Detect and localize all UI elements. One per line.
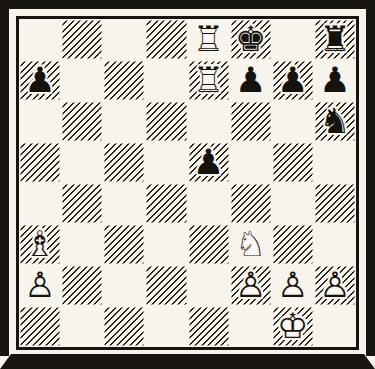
square-h1[interactable] [314, 306, 356, 347]
square-e3[interactable] [188, 224, 230, 265]
piece-black-rook: ♜ [319, 22, 350, 57]
square-g6[interactable] [272, 101, 314, 142]
square-a6[interactable] [19, 101, 61, 142]
square-f3[interactable]: ♘ [230, 224, 272, 265]
piece-black-pawn: ♟ [24, 63, 55, 98]
square-a2[interactable]: ♙ [19, 265, 61, 306]
square-h4[interactable] [314, 183, 356, 224]
square-d2[interactable] [145, 265, 187, 306]
square-b2[interactable] [61, 265, 103, 306]
square-g5[interactable] [272, 142, 314, 183]
square-d1[interactable] [145, 306, 187, 347]
square-f5[interactable] [230, 142, 272, 183]
piece-black-pawn: ♟ [193, 145, 224, 180]
piece-white-pawn: ♙ [319, 268, 350, 303]
square-c5[interactable] [103, 142, 145, 183]
square-c4[interactable] [103, 183, 145, 224]
square-c1[interactable] [103, 306, 145, 347]
square-h6[interactable]: ♞ [314, 101, 356, 142]
square-a4[interactable] [19, 183, 61, 224]
square-d4[interactable] [145, 183, 187, 224]
square-f1[interactable] [230, 306, 272, 347]
square-d8[interactable] [145, 19, 187, 60]
square-h8[interactable]: ♜ [314, 19, 356, 60]
piece-black-pawn: ♟ [277, 63, 308, 98]
square-a7[interactable]: ♟ [19, 60, 61, 101]
board-plinth [0, 354, 375, 369]
square-g8[interactable] [272, 19, 314, 60]
square-a1[interactable] [19, 306, 61, 347]
square-e4[interactable] [188, 183, 230, 224]
piece-black-pawn: ♟ [235, 63, 266, 98]
square-g2[interactable]: ♙ [272, 265, 314, 306]
square-f2[interactable]: ♙ [230, 265, 272, 306]
square-e6[interactable] [188, 101, 230, 142]
square-g3[interactable] [272, 224, 314, 265]
square-b5[interactable] [61, 142, 103, 183]
square-h5[interactable] [314, 142, 356, 183]
square-b1[interactable] [61, 306, 103, 347]
square-c7[interactable] [103, 60, 145, 101]
square-f6[interactable] [230, 101, 272, 142]
square-a8[interactable] [19, 19, 61, 60]
square-f7[interactable]: ♟ [230, 60, 272, 101]
piece-white-pawn: ♙ [24, 268, 55, 303]
square-e5[interactable]: ♟ [188, 142, 230, 183]
square-c8[interactable] [103, 19, 145, 60]
square-b3[interactable] [61, 224, 103, 265]
piece-white-rook: ♖ [193, 63, 224, 98]
square-h7[interactable]: ♟ [314, 60, 356, 101]
square-e1[interactable] [188, 306, 230, 347]
square-d5[interactable] [145, 142, 187, 183]
square-c6[interactable] [103, 101, 145, 142]
square-b6[interactable] [61, 101, 103, 142]
square-h3[interactable] [314, 224, 356, 265]
square-h2[interactable]: ♙ [314, 265, 356, 306]
square-a3[interactable]: ♗ [19, 224, 61, 265]
square-d6[interactable] [145, 101, 187, 142]
square-g1[interactable]: ♔ [272, 306, 314, 347]
square-f4[interactable] [230, 183, 272, 224]
square-d3[interactable] [145, 224, 187, 265]
piece-white-bishop: ♗ [24, 227, 55, 262]
square-b8[interactable] [61, 19, 103, 60]
piece-black-pawn: ♟ [319, 63, 350, 98]
square-d7[interactable] [145, 60, 187, 101]
square-e7[interactable]: ♖ [188, 60, 230, 101]
square-f8[interactable]: ♚ [230, 19, 272, 60]
piece-white-king: ♔ [277, 309, 308, 344]
chess-diagram: ♖♚♜♟♖♟♟♟♞♟♗♘♙♙♙♙♔ [0, 0, 375, 369]
square-c2[interactable] [103, 265, 145, 306]
piece-black-knight: ♞ [319, 104, 350, 139]
square-b7[interactable] [61, 60, 103, 101]
square-c3[interactable] [103, 224, 145, 265]
piece-white-knight: ♘ [235, 227, 266, 262]
piece-white-pawn: ♙ [235, 268, 266, 303]
piece-black-king: ♚ [235, 22, 266, 57]
piece-white-pawn: ♙ [277, 268, 308, 303]
piece-white-rook: ♖ [193, 22, 224, 57]
square-a5[interactable] [19, 142, 61, 183]
square-e2[interactable] [188, 265, 230, 306]
square-e8[interactable]: ♖ [188, 19, 230, 60]
square-b4[interactable] [61, 183, 103, 224]
square-g7[interactable]: ♟ [272, 60, 314, 101]
chess-board: ♖♚♜♟♖♟♟♟♞♟♗♘♙♙♙♙♔ [16, 16, 359, 350]
square-g4[interactable] [272, 183, 314, 224]
